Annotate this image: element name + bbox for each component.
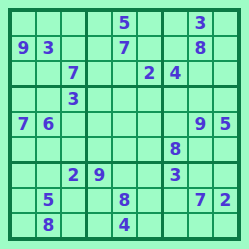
sudoku-box <box>88 88 161 161</box>
sudoku-cell-given[interactable]: 5 <box>214 113 237 136</box>
sudoku-cell-given[interactable]: 7 <box>62 62 85 85</box>
sudoku-cell-empty[interactable] <box>214 138 237 161</box>
sudoku-cell-empty[interactable] <box>88 12 111 35</box>
sudoku-box: 937 <box>12 12 85 85</box>
sudoku-box: 376 <box>12 88 85 161</box>
sudoku-cell-empty[interactable] <box>189 164 212 187</box>
sudoku-cell-empty[interactable] <box>189 88 212 111</box>
sudoku-cell-empty[interactable] <box>62 37 85 60</box>
sudoku-cell-empty[interactable] <box>138 37 161 60</box>
sudoku-cell-given[interactable]: 8 <box>37 214 60 237</box>
sudoku-cell-empty[interactable] <box>214 62 237 85</box>
sudoku-cell-given[interactable]: 7 <box>12 113 35 136</box>
page-background: 937572384376958258984372 <box>0 0 249 249</box>
sudoku-cell-empty[interactable] <box>138 189 161 212</box>
sudoku-cell-given[interactable]: 4 <box>113 214 136 237</box>
sudoku-cell-empty[interactable] <box>164 214 187 237</box>
sudoku-cell-empty[interactable] <box>214 88 237 111</box>
sudoku-box: 258 <box>12 164 85 237</box>
sudoku-cell-given[interactable]: 7 <box>189 189 212 212</box>
sudoku-cell-empty[interactable] <box>138 113 161 136</box>
sudoku-cell-empty[interactable] <box>37 62 60 85</box>
sudoku-cell-given[interactable]: 4 <box>164 62 187 85</box>
sudoku-cell-empty[interactable] <box>12 189 35 212</box>
sudoku-box: 984 <box>88 164 161 237</box>
sudoku-cell-empty[interactable] <box>62 138 85 161</box>
sudoku-cell-given[interactable]: 2 <box>214 189 237 212</box>
sudoku-cell-given[interactable]: 9 <box>12 37 35 60</box>
sudoku-cell-empty[interactable] <box>138 12 161 35</box>
sudoku-cell-empty[interactable] <box>88 138 111 161</box>
sudoku-cell-empty[interactable] <box>88 214 111 237</box>
sudoku-cell-empty[interactable] <box>164 189 187 212</box>
sudoku-cell-empty[interactable] <box>37 12 60 35</box>
sudoku-cell-given[interactable]: 3 <box>164 164 187 187</box>
sudoku-cell-empty[interactable] <box>88 62 111 85</box>
sudoku-cell-empty[interactable] <box>12 164 35 187</box>
sudoku-cell-empty[interactable] <box>164 12 187 35</box>
sudoku-cell-empty[interactable] <box>138 214 161 237</box>
sudoku-cell-given[interactable]: 5 <box>113 12 136 35</box>
sudoku-cell-empty[interactable] <box>12 138 35 161</box>
sudoku-box: 384 <box>164 12 237 85</box>
sudoku-cell-empty[interactable] <box>88 113 111 136</box>
sudoku-cell-given[interactable]: 2 <box>138 62 161 85</box>
sudoku-cell-empty[interactable] <box>62 12 85 35</box>
sudoku-cell-given[interactable]: 8 <box>113 189 136 212</box>
sudoku-cell-empty[interactable] <box>189 138 212 161</box>
sudoku-cell-empty[interactable] <box>113 62 136 85</box>
sudoku-cell-given[interactable]: 3 <box>62 88 85 111</box>
sudoku-cell-given[interactable]: 9 <box>88 164 111 187</box>
sudoku-cell-empty[interactable] <box>12 12 35 35</box>
sudoku-cell-given[interactable]: 3 <box>37 37 60 60</box>
sudoku-cell-empty[interactable] <box>12 88 35 111</box>
sudoku-cell-empty[interactable] <box>113 113 136 136</box>
sudoku-cell-empty[interactable] <box>37 138 60 161</box>
sudoku-cell-empty[interactable] <box>113 164 136 187</box>
sudoku-cell-given[interactable]: 3 <box>189 12 212 35</box>
sudoku-cell-empty[interactable] <box>113 88 136 111</box>
sudoku-cell-empty[interactable] <box>88 88 111 111</box>
sudoku-cell-given[interactable]: 5 <box>37 189 60 212</box>
sudoku-cell-empty[interactable] <box>189 214 212 237</box>
sudoku-board: 937572384376958258984372 <box>8 8 241 241</box>
sudoku-box: 572 <box>88 12 161 85</box>
sudoku-cell-given[interactable]: 9 <box>189 113 212 136</box>
sudoku-cell-empty[interactable] <box>164 88 187 111</box>
sudoku-cell-empty[interactable] <box>214 37 237 60</box>
sudoku-cell-given[interactable]: 7 <box>113 37 136 60</box>
sudoku-cell-given[interactable]: 6 <box>37 113 60 136</box>
sudoku-cell-empty[interactable] <box>88 189 111 212</box>
sudoku-cell-empty[interactable] <box>62 189 85 212</box>
sudoku-cell-empty[interactable] <box>138 88 161 111</box>
sudoku-cell-empty[interactable] <box>164 37 187 60</box>
sudoku-cell-empty[interactable] <box>214 12 237 35</box>
sudoku-cell-given[interactable]: 8 <box>164 138 187 161</box>
sudoku-cell-empty[interactable] <box>12 214 35 237</box>
sudoku-cell-empty[interactable] <box>12 62 35 85</box>
sudoku-cell-empty[interactable] <box>214 164 237 187</box>
sudoku-box: 958 <box>164 88 237 161</box>
sudoku-box: 372 <box>164 164 237 237</box>
sudoku-cell-empty[interactable] <box>113 138 136 161</box>
sudoku-cell-empty[interactable] <box>88 37 111 60</box>
sudoku-cell-empty[interactable] <box>214 214 237 237</box>
sudoku-cell-given[interactable]: 8 <box>189 37 212 60</box>
sudoku-cell-empty[interactable] <box>138 164 161 187</box>
sudoku-cell-empty[interactable] <box>189 62 212 85</box>
sudoku-cell-empty[interactable] <box>37 88 60 111</box>
sudoku-cell-given[interactable]: 2 <box>62 164 85 187</box>
sudoku-cell-empty[interactable] <box>37 164 60 187</box>
sudoku-cell-empty[interactable] <box>164 113 187 136</box>
sudoku-cell-empty[interactable] <box>138 138 161 161</box>
sudoku-cell-empty[interactable] <box>62 214 85 237</box>
sudoku-cell-empty[interactable] <box>62 113 85 136</box>
